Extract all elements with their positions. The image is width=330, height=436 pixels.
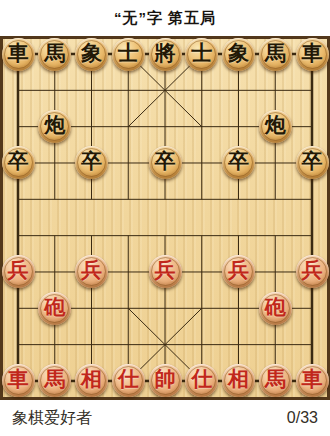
piece-red-chariot[interactable]: 車 (296, 364, 329, 397)
piece-glyph: 卒 (228, 151, 249, 172)
piece-glyph: 卒 (81, 151, 102, 172)
piece-glyph: 象 (228, 43, 249, 64)
piece-black-soldier[interactable]: 卒 (296, 146, 329, 179)
piece-red-chariot[interactable]: 車 (2, 364, 35, 397)
board-grid-lines (3, 39, 327, 397)
piece-black-advisor[interactable]: 士 (185, 38, 218, 71)
status-bar: 象棋爱好者 0/33 (0, 400, 330, 436)
piece-glyph: 相 (228, 369, 249, 390)
piece-glyph: 馬 (265, 369, 286, 390)
piece-glyph: 卒 (155, 151, 176, 172)
move-counter: 0/33 (287, 409, 318, 427)
piece-black-cannon[interactable]: 炮 (259, 110, 292, 143)
piece-black-soldier[interactable]: 卒 (149, 146, 182, 179)
piece-black-chariot[interactable]: 車 (2, 38, 35, 71)
piece-red-advisor[interactable]: 仕 (112, 364, 145, 397)
piece-glyph: 車 (302, 43, 323, 64)
piece-black-elephant[interactable]: 象 (222, 38, 255, 71)
piece-black-chariot[interactable]: 車 (296, 38, 329, 71)
piece-red-cannon[interactable]: 砲 (259, 292, 292, 325)
piece-red-soldier[interactable]: 兵 (149, 255, 182, 288)
piece-glyph: 士 (118, 43, 139, 64)
piece-glyph: 仕 (191, 369, 212, 390)
piece-red-cannon[interactable]: 砲 (38, 292, 71, 325)
piece-glyph: 兵 (81, 260, 102, 281)
piece-glyph: 士 (191, 43, 212, 64)
piece-red-soldier[interactable]: 兵 (296, 255, 329, 288)
puzzle-title: “无”字 第五局 (114, 9, 216, 28)
piece-glyph: 象 (81, 43, 102, 64)
piece-black-horse[interactable]: 馬 (38, 38, 71, 71)
piece-red-general[interactable]: 帥 (149, 364, 182, 397)
piece-glyph: 將 (155, 43, 176, 64)
piece-black-advisor[interactable]: 士 (112, 38, 145, 71)
piece-glyph: 兵 (228, 260, 249, 281)
piece-glyph: 帥 (155, 369, 176, 390)
xiangqi-board[interactable]: 車馬象士將士象馬車炮炮卒卒卒卒卒兵兵兵兵兵砲砲車馬相仕帥仕相馬車 (0, 36, 330, 400)
piece-glyph: 炮 (265, 115, 286, 136)
xiangqi-app-window: “无”字 第五局 車馬象士將士象馬車炮炮卒卒卒卒卒兵兵兵兵兵砲砲車馬相仕帥仕相馬… (0, 0, 330, 436)
piece-black-soldier[interactable]: 卒 (2, 146, 35, 179)
piece-glyph: 卒 (8, 151, 29, 172)
piece-red-soldier[interactable]: 兵 (2, 255, 35, 288)
piece-glyph: 馬 (44, 369, 65, 390)
piece-glyph: 兵 (302, 260, 323, 281)
piece-glyph: 馬 (265, 43, 286, 64)
title-bar: “无”字 第五局 (0, 0, 330, 36)
piece-red-horse[interactable]: 馬 (259, 364, 292, 397)
piece-glyph: 兵 (8, 260, 29, 281)
piece-glyph: 砲 (265, 297, 286, 318)
piece-glyph: 卒 (302, 151, 323, 172)
app-name-label: 象棋爱好者 (12, 408, 92, 429)
piece-glyph: 相 (81, 369, 102, 390)
piece-glyph: 兵 (155, 260, 176, 281)
piece-glyph: 馬 (44, 43, 65, 64)
piece-glyph: 車 (302, 369, 323, 390)
piece-black-horse[interactable]: 馬 (259, 38, 292, 71)
piece-glyph: 砲 (44, 297, 65, 318)
piece-glyph: 仕 (118, 369, 139, 390)
piece-glyph: 車 (8, 43, 29, 64)
piece-glyph: 炮 (44, 115, 65, 136)
piece-glyph: 車 (8, 369, 29, 390)
piece-black-general[interactable]: 將 (149, 38, 182, 71)
piece-black-elephant[interactable]: 象 (75, 38, 108, 71)
